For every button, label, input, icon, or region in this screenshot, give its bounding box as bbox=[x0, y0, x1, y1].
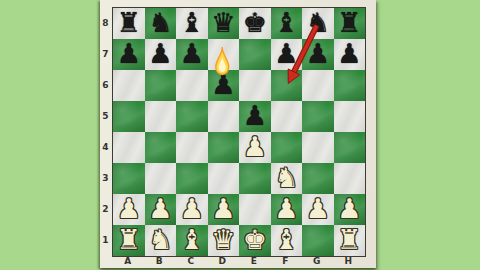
piece-white-pawn[interactable]: ♟ bbox=[113, 194, 145, 225]
square-c5[interactable] bbox=[176, 101, 208, 132]
square-h5[interactable] bbox=[334, 101, 366, 132]
piece-white-pawn[interactable]: ♟ bbox=[176, 194, 208, 225]
rank-label-5: 5 bbox=[100, 111, 111, 121]
piece-black-pawn[interactable]: ♟ bbox=[271, 39, 303, 70]
square-b1[interactable]: ♞ bbox=[145, 225, 177, 256]
square-a7[interactable]: ♟ bbox=[113, 39, 145, 70]
square-d5[interactable] bbox=[208, 101, 240, 132]
square-e2[interactable] bbox=[239, 194, 271, 225]
piece-black-pawn[interactable]: ♟ bbox=[113, 39, 145, 70]
square-h3[interactable] bbox=[334, 163, 366, 194]
square-e4[interactable]: ♟ bbox=[239, 132, 271, 163]
square-g4[interactable] bbox=[302, 132, 334, 163]
rank-label-3: 3 bbox=[100, 173, 111, 183]
piece-black-knight[interactable]: ♞ bbox=[145, 8, 177, 39]
square-b4[interactable] bbox=[145, 132, 177, 163]
rank-label-4: 4 bbox=[100, 142, 111, 152]
square-c2[interactable]: ♟ bbox=[176, 194, 208, 225]
rank-label-8: 8 bbox=[100, 18, 111, 28]
square-h7[interactable]: ♟ bbox=[334, 39, 366, 70]
piece-white-pawn[interactable]: ♟ bbox=[302, 194, 334, 225]
piece-black-king[interactable]: ♚ bbox=[239, 8, 271, 39]
square-h1[interactable]: ♜ bbox=[334, 225, 366, 256]
piece-white-knight[interactable]: ♞ bbox=[271, 163, 303, 194]
board-panel: 87654321 ABCDEFGH ♜♞♝♛♚♝♞♜♟♟♟♟♟♟♟♟♟♞♟♟♟♟… bbox=[100, 0, 376, 268]
square-f6[interactable] bbox=[271, 70, 303, 101]
rank-label-1: 1 bbox=[100, 235, 111, 245]
file-label-g: G bbox=[301, 256, 333, 266]
piece-white-rook[interactable]: ♜ bbox=[334, 225, 366, 256]
square-d6[interactable]: ♟ bbox=[208, 70, 240, 101]
square-a3[interactable] bbox=[113, 163, 145, 194]
piece-black-bishop[interactable]: ♝ bbox=[176, 8, 208, 39]
square-b6[interactable] bbox=[145, 70, 177, 101]
square-h4[interactable] bbox=[334, 132, 366, 163]
square-a5[interactable] bbox=[113, 101, 145, 132]
square-g6[interactable] bbox=[302, 70, 334, 101]
piece-white-pawn[interactable]: ♟ bbox=[208, 194, 240, 225]
piece-white-king[interactable]: ♚ bbox=[239, 225, 271, 256]
square-c6[interactable] bbox=[176, 70, 208, 101]
square-c3[interactable] bbox=[176, 163, 208, 194]
square-e8[interactable]: ♚ bbox=[239, 8, 271, 39]
square-h6[interactable] bbox=[334, 70, 366, 101]
piece-black-knight[interactable]: ♞ bbox=[302, 8, 334, 39]
square-a6[interactable] bbox=[113, 70, 145, 101]
piece-black-queen[interactable]: ♛ bbox=[208, 8, 240, 39]
piece-white-rook[interactable]: ♜ bbox=[113, 225, 145, 256]
square-d7[interactable] bbox=[208, 39, 240, 70]
square-g1[interactable] bbox=[302, 225, 334, 256]
square-e1[interactable]: ♚ bbox=[239, 225, 271, 256]
piece-white-queen[interactable]: ♛ bbox=[208, 225, 240, 256]
piece-white-pawn[interactable]: ♟ bbox=[334, 194, 366, 225]
square-c8[interactable]: ♝ bbox=[176, 8, 208, 39]
square-g2[interactable]: ♟ bbox=[302, 194, 334, 225]
square-b5[interactable] bbox=[145, 101, 177, 132]
square-b3[interactable] bbox=[145, 163, 177, 194]
piece-black-pawn[interactable]: ♟ bbox=[145, 39, 177, 70]
piece-white-bishop[interactable]: ♝ bbox=[271, 225, 303, 256]
piece-black-pawn[interactable]: ♟ bbox=[334, 39, 366, 70]
square-f5[interactable] bbox=[271, 101, 303, 132]
piece-black-pawn[interactable]: ♟ bbox=[239, 101, 271, 132]
board: ♜♞♝♛♚♝♞♜♟♟♟♟♟♟♟♟♟♞♟♟♟♟♟♟♟♜♞♝♛♚♝♜ bbox=[112, 7, 366, 257]
piece-white-pawn[interactable]: ♟ bbox=[145, 194, 177, 225]
piece-black-pawn[interactable]: ♟ bbox=[302, 39, 334, 70]
file-label-e: E bbox=[238, 256, 270, 266]
file-label-d: D bbox=[207, 256, 239, 266]
square-h2[interactable]: ♟ bbox=[334, 194, 366, 225]
piece-white-bishop[interactable]: ♝ bbox=[176, 225, 208, 256]
square-e7[interactable] bbox=[239, 39, 271, 70]
square-a2[interactable]: ♟ bbox=[113, 194, 145, 225]
square-g7[interactable]: ♟ bbox=[302, 39, 334, 70]
file-label-h: H bbox=[333, 256, 365, 266]
square-e3[interactable] bbox=[239, 163, 271, 194]
rank-labels: 87654321 bbox=[100, 7, 112, 255]
piece-white-pawn[interactable]: ♟ bbox=[271, 194, 303, 225]
square-g5[interactable] bbox=[302, 101, 334, 132]
square-a4[interactable] bbox=[113, 132, 145, 163]
rank-label-7: 7 bbox=[100, 49, 111, 59]
square-d1[interactable]: ♛ bbox=[208, 225, 240, 256]
square-a1[interactable]: ♜ bbox=[113, 225, 145, 256]
piece-black-bishop[interactable]: ♝ bbox=[271, 8, 303, 39]
piece-black-pawn[interactable]: ♟ bbox=[176, 39, 208, 70]
square-c7[interactable]: ♟ bbox=[176, 39, 208, 70]
square-b8[interactable]: ♞ bbox=[145, 8, 177, 39]
page-background: 87654321 ABCDEFGH ♜♞♝♛♚♝♞♜♟♟♟♟♟♟♟♟♟♞♟♟♟♟… bbox=[0, 0, 480, 270]
file-label-b: B bbox=[144, 256, 176, 266]
square-c4[interactable] bbox=[176, 132, 208, 163]
square-g3[interactable] bbox=[302, 163, 334, 194]
file-label-f: F bbox=[270, 256, 302, 266]
square-e6[interactable] bbox=[239, 70, 271, 101]
square-f1[interactable]: ♝ bbox=[271, 225, 303, 256]
square-b7[interactable]: ♟ bbox=[145, 39, 177, 70]
square-f8[interactable]: ♝ bbox=[271, 8, 303, 39]
file-label-c: C bbox=[175, 256, 207, 266]
piece-white-pawn[interactable]: ♟ bbox=[239, 132, 271, 163]
file-label-a: A bbox=[112, 256, 144, 266]
square-h8[interactable]: ♜ bbox=[334, 8, 366, 39]
piece-black-rook[interactable]: ♜ bbox=[334, 8, 366, 39]
square-d3[interactable] bbox=[208, 163, 240, 194]
square-b2[interactable]: ♟ bbox=[145, 194, 177, 225]
square-d4[interactable] bbox=[208, 132, 240, 163]
square-d8[interactable]: ♛ bbox=[208, 8, 240, 39]
square-g8[interactable]: ♞ bbox=[302, 8, 334, 39]
square-f4[interactable] bbox=[271, 132, 303, 163]
piece-black-rook[interactable]: ♜ bbox=[113, 8, 145, 39]
square-f3[interactable]: ♞ bbox=[271, 163, 303, 194]
rank-label-6: 6 bbox=[100, 80, 111, 90]
square-f7[interactable]: ♟ bbox=[271, 39, 303, 70]
square-c1[interactable]: ♝ bbox=[176, 225, 208, 256]
square-e5[interactable]: ♟ bbox=[239, 101, 271, 132]
rank-label-2: 2 bbox=[100, 204, 111, 214]
square-d2[interactable]: ♟ bbox=[208, 194, 240, 225]
square-a8[interactable]: ♜ bbox=[113, 8, 145, 39]
piece-black-pawn[interactable]: ♟ bbox=[208, 70, 240, 101]
piece-white-knight[interactable]: ♞ bbox=[145, 225, 177, 256]
square-f2[interactable]: ♟ bbox=[271, 194, 303, 225]
